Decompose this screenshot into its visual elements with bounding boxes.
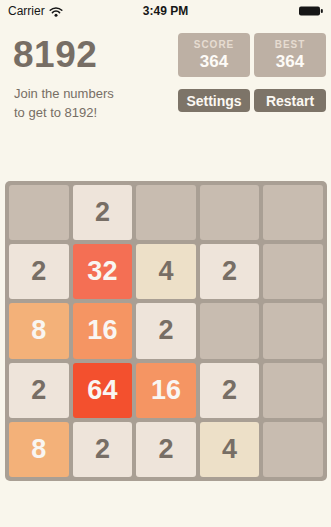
tile-8: 8: [9, 303, 69, 358]
page-title: 8192: [13, 34, 97, 76]
empty-cell: [200, 303, 260, 358]
tile-2: 2: [136, 422, 196, 477]
empty-cell: [263, 303, 323, 358]
game-board[interactable]: 22324281622641628224: [5, 181, 327, 481]
tile-8: 8: [9, 422, 69, 477]
best-label: BEST: [275, 39, 306, 50]
tile-2: 2: [9, 363, 69, 418]
empty-cell: [263, 363, 323, 418]
tile-4: 4: [136, 244, 196, 299]
tile-4: 4: [200, 422, 260, 477]
empty-cell: [263, 422, 323, 477]
empty-cell: [136, 185, 196, 240]
score-label: SCORE: [194, 39, 235, 50]
tile-2: 2: [136, 303, 196, 358]
score-value: 364: [200, 52, 228, 72]
button-row: Settings Restart: [178, 89, 326, 112]
empty-cell: [9, 185, 69, 240]
best-value: 364: [276, 52, 304, 72]
empty-cell: [200, 185, 260, 240]
status-bar: Carrier 3:49 PM: [0, 0, 331, 20]
settings-button[interactable]: Settings: [178, 89, 250, 112]
empty-cell: [263, 244, 323, 299]
tile-2: 2: [73, 185, 133, 240]
battery-icon: [299, 6, 323, 16]
score-box: SCORE 364: [178, 33, 250, 77]
empty-cell: [263, 185, 323, 240]
tile-2: 2: [9, 244, 69, 299]
tile-2: 2: [200, 244, 260, 299]
best-box: BEST 364: [254, 33, 326, 77]
tile-16: 16: [73, 303, 133, 358]
tile-2: 2: [200, 363, 260, 418]
goal-subtitle: Join the numbers to get to 8192!: [14, 84, 114, 122]
tile-2: 2: [73, 422, 133, 477]
game-screen: Carrier 3:49 PM 8192 Join the numbers to…: [0, 0, 331, 527]
tile-32: 32: [73, 244, 133, 299]
tile-64: 64: [73, 363, 133, 418]
restart-button[interactable]: Restart: [254, 89, 326, 112]
clock: 3:49 PM: [0, 4, 331, 18]
score-row: SCORE 364 BEST 364: [178, 33, 326, 77]
tile-16: 16: [136, 363, 196, 418]
